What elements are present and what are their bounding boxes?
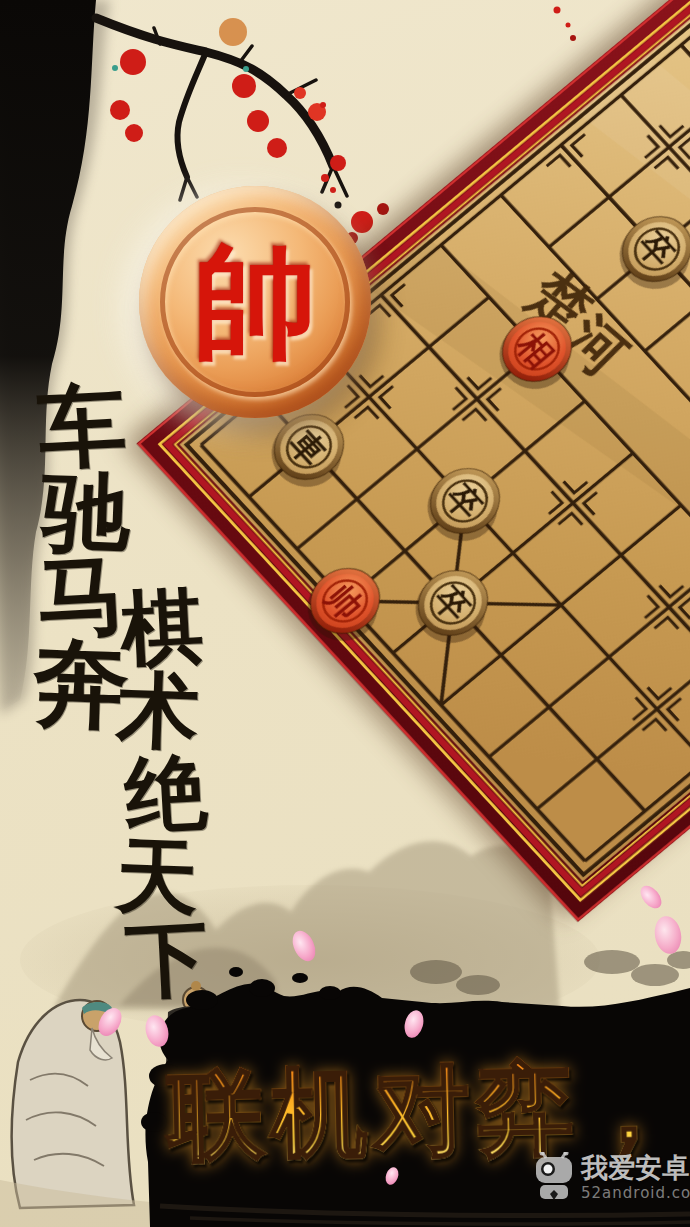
petal [402,1008,427,1040]
calligraphy-char: 下 [124,916,210,1002]
watermark: 我爱安卓 52android.com [534,1152,690,1204]
android-robot-icon [534,1152,574,1204]
watermark-site-url: 52android.com [581,1184,690,1202]
teal-stamen-dot [112,65,118,71]
sage1-head [82,1001,112,1031]
giant-piece-character: 帥 [193,240,317,364]
petal [142,1013,172,1050]
board-frame [136,0,690,922]
calligraphy-char: 天 [115,834,200,919]
calligraphy-char: 术 [116,668,201,753]
giant-general-piece: 帥 [139,186,371,418]
petal [288,927,320,964]
poster-canvas: 楚河卒相車卒卒帅 帥 车 驰 马 奔 棋 术 绝 天 下 联机对弈， [0,0,690,1227]
petal [637,882,666,912]
xiangqi-board: 楚河卒相車卒卒帅 [136,0,690,922]
petal [94,1004,126,1040]
watermark-site-name: 我爱安卓 [581,1152,690,1184]
orange-ink-splat [219,18,247,46]
calligraphy-char: 绝 [123,750,209,836]
petal [652,914,684,956]
calligraphy-char: 棋 [119,584,205,670]
teal-stamen-dot [243,66,249,72]
